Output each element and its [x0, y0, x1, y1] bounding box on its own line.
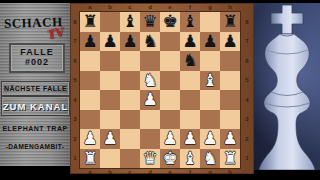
square-g8	[200, 12, 220, 32]
square-g6	[200, 51, 220, 71]
episode-badge-line2: #002	[25, 58, 49, 68]
square-f7: ♟	[180, 32, 200, 52]
square-h1: ♜	[220, 149, 240, 169]
square-b3	[100, 110, 120, 130]
black-pawn: ♟	[82, 32, 97, 52]
white-bishop: ♝	[182, 149, 197, 169]
rank-label-2: 2	[240, 129, 254, 149]
rank-label-7: 7	[240, 32, 254, 52]
square-f6: ♞	[180, 51, 200, 71]
square-d4: ♟	[140, 90, 160, 110]
black-king: ♚	[162, 12, 177, 32]
channel-logo-tv: TV	[46, 23, 66, 43]
rank-label-5: 5	[240, 71, 254, 91]
square-d6	[140, 51, 160, 71]
rank-label-2: 2	[70, 129, 80, 149]
file-labels-top: abcdefgh	[80, 3, 240, 12]
square-a6	[80, 51, 100, 71]
square-f5	[180, 71, 200, 91]
file-label-g: g	[200, 3, 220, 12]
square-e1: ♚	[160, 149, 180, 169]
square-f2: ♟	[180, 129, 200, 149]
white-bishop: ♝	[202, 71, 217, 91]
square-h5	[220, 71, 240, 91]
square-d2	[140, 129, 160, 149]
square-f8: ♝	[180, 12, 200, 32]
black-rook: ♜	[82, 12, 97, 32]
rank-labels-left: 87654321	[70, 12, 80, 168]
square-a2: ♟	[80, 129, 100, 149]
square-e6	[160, 51, 180, 71]
square-b8	[100, 12, 120, 32]
white-pawn: ♟	[142, 90, 157, 110]
sidebar: SCHACH TV FALLE #002 NÄCHSTE FALLE ZUM K…	[0, 3, 70, 166]
square-a3	[80, 110, 100, 130]
square-b6	[100, 51, 120, 71]
square-h4	[220, 90, 240, 110]
file-label-d: d	[140, 168, 160, 174]
file-label-g: g	[200, 168, 220, 174]
king-panel	[254, 3, 320, 170]
black-knight: ♞	[142, 32, 157, 52]
square-c2	[120, 129, 140, 149]
white-knight: ♞	[202, 149, 217, 169]
next-trap-button[interactable]: NÄCHSTE FALLE	[1, 81, 70, 96]
rank-label-3: 3	[70, 110, 80, 130]
square-g1: ♞	[200, 149, 220, 169]
square-d8: ♛	[140, 12, 160, 32]
white-king-graphic	[254, 3, 320, 170]
square-h3	[220, 110, 240, 130]
square-d7: ♞	[140, 32, 160, 52]
square-f3	[180, 110, 200, 130]
black-rook: ♜	[222, 12, 237, 32]
square-a1: ♜	[80, 149, 100, 169]
square-a4	[80, 90, 100, 110]
rank-label-6: 6	[70, 51, 80, 71]
white-pawn: ♟	[82, 129, 97, 149]
square-e2: ♟	[160, 129, 180, 149]
square-a7: ♟	[80, 32, 100, 52]
square-b1	[100, 149, 120, 169]
black-bishop: ♝	[182, 12, 197, 32]
black-knight: ♞	[182, 51, 197, 71]
black-queen: ♛	[142, 12, 157, 32]
square-g4	[200, 90, 220, 110]
square-e4	[160, 90, 180, 110]
square-e5	[160, 71, 180, 91]
board-squares: ♜♝♛♚♝♜♟♟♟♞♟♟♟♞♞♝♟♟♟♟♟♟♟♜♛♚♝♞♜	[80, 12, 240, 168]
white-pawn: ♟	[202, 129, 217, 149]
square-c1	[120, 149, 140, 169]
square-g2: ♟	[200, 129, 220, 149]
channel-logo: SCHACH TV	[0, 12, 70, 42]
square-h7: ♟	[220, 32, 240, 52]
rank-label-8: 8	[70, 12, 80, 32]
black-pawn: ♟	[202, 32, 217, 52]
rank-label-4: 4	[240, 90, 254, 110]
square-e8: ♚	[160, 12, 180, 32]
file-labels-bottom: abcdefgh	[80, 168, 240, 174]
chess-board: abcdefgh 87654321 87654321 abcdefgh ♜♝♛♚…	[70, 3, 254, 174]
square-c3	[120, 110, 140, 130]
white-pawn: ♟	[182, 129, 197, 149]
black-bishop: ♝	[122, 12, 137, 32]
file-label-c: c	[120, 168, 140, 174]
white-queen: ♛	[142, 149, 157, 169]
file-label-b: b	[100, 168, 120, 174]
square-g5: ♝	[200, 71, 220, 91]
video-thumbnail: SCHACH TV FALLE #002 NÄCHSTE FALLE ZUM K…	[0, 0, 320, 180]
rank-label-6: 6	[240, 51, 254, 71]
square-a8: ♜	[80, 12, 100, 32]
white-pawn: ♟	[102, 129, 117, 149]
rank-label-4: 4	[70, 90, 80, 110]
file-label-h: h	[220, 168, 240, 174]
rank-label-5: 5	[70, 71, 80, 91]
square-b7: ♟	[100, 32, 120, 52]
square-f4	[180, 90, 200, 110]
square-c5	[120, 71, 140, 91]
square-d1: ♛	[140, 149, 160, 169]
file-label-b: b	[100, 3, 120, 12]
square-f1: ♝	[180, 149, 200, 169]
trap-title: ELEPHANT TRAP	[0, 125, 70, 132]
file-label-e: e	[160, 168, 180, 174]
black-pawn: ♟	[222, 32, 237, 52]
square-b5	[100, 71, 120, 91]
square-g7: ♟	[200, 32, 220, 52]
square-d5: ♞	[140, 71, 160, 91]
black-pawn: ♟	[102, 32, 117, 52]
file-label-f: f	[180, 168, 200, 174]
white-knight: ♞	[142, 71, 157, 91]
channel-link-button[interactable]: ZUM KANAL	[1, 96, 70, 116]
square-d3	[140, 110, 160, 130]
square-a5	[80, 71, 100, 91]
trap-subtitle: -DAMENGAMBIT-	[0, 143, 70, 150]
rank-label-3: 3	[240, 110, 254, 130]
rank-labels-right: 87654321	[240, 12, 254, 168]
square-c8: ♝	[120, 12, 140, 32]
square-e7	[160, 32, 180, 52]
rank-label-8: 8	[240, 12, 254, 32]
black-pawn: ♟	[122, 32, 137, 52]
square-b2: ♟	[100, 129, 120, 149]
square-h6	[220, 51, 240, 71]
square-b4	[100, 90, 120, 110]
white-rook: ♜	[222, 149, 237, 169]
black-pawn: ♟	[182, 32, 197, 52]
white-pawn: ♟	[162, 129, 177, 149]
white-king: ♚	[162, 149, 177, 169]
rank-label-7: 7	[70, 32, 80, 52]
square-h2: ♟	[220, 129, 240, 149]
square-g3	[200, 110, 220, 130]
square-c4	[120, 90, 140, 110]
square-h8: ♜	[220, 12, 240, 32]
white-pawn: ♟	[222, 129, 237, 149]
white-rook: ♜	[82, 149, 97, 169]
rank-label-1: 1	[240, 149, 254, 169]
file-label-a: a	[80, 168, 100, 174]
rank-label-1: 1	[70, 149, 80, 169]
episode-badge: FALLE #002	[9, 43, 65, 73]
square-c6	[120, 51, 140, 71]
square-c7: ♟	[120, 32, 140, 52]
square-e3	[160, 110, 180, 130]
